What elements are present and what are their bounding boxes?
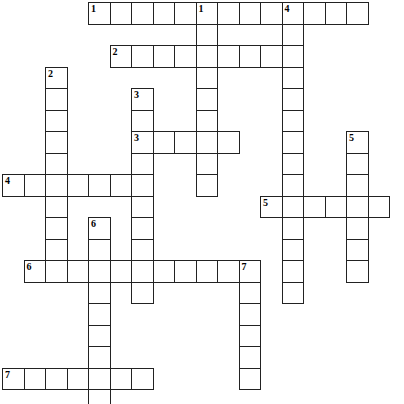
grid-cell-r9c2[interactable]	[45, 196, 68, 219]
grid-cell-r12c4[interactable]	[88, 260, 111, 283]
grid-cell-r17c3[interactable]	[67, 368, 90, 391]
grid-cell-r3c13[interactable]	[282, 67, 305, 90]
grid-cell-r8c5[interactable]	[110, 174, 133, 197]
grid-cell-r12c5[interactable]	[110, 260, 133, 283]
grid-cell-r11c16[interactable]	[346, 239, 369, 262]
grid-cell-r10c4[interactable]: 6	[88, 217, 111, 240]
grid-cell-r8c3[interactable]	[67, 174, 90, 197]
grid-cell-r14c11[interactable]	[239, 303, 262, 326]
grid-cell-r0c7[interactable]	[153, 2, 176, 25]
clue-number: 4	[285, 3, 290, 14]
grid-cell-r4c13[interactable]	[282, 88, 305, 111]
grid-cell-r13c13[interactable]	[282, 282, 305, 305]
grid-cell-r2c9[interactable]	[196, 45, 219, 68]
grid-cell-r7c9[interactable]	[196, 153, 219, 176]
grid-cell-r6c10[interactable]	[217, 131, 240, 154]
grid-cell-r12c3[interactable]	[67, 260, 90, 283]
grid-cell-r12c10[interactable]	[217, 260, 240, 283]
grid-cell-r2c7[interactable]	[153, 45, 176, 68]
grid-cell-r6c13[interactable]	[282, 131, 305, 154]
grid-cell-r17c4[interactable]	[88, 368, 111, 391]
grid-cell-r12c7[interactable]	[153, 260, 176, 283]
grid-cell-r10c16[interactable]	[346, 217, 369, 240]
grid-cell-r8c0[interactable]: 4	[2, 174, 25, 197]
clue-number: 6	[27, 261, 32, 272]
grid-cell-r12c13[interactable]	[282, 260, 305, 283]
grid-cell-r2c6[interactable]	[131, 45, 154, 68]
grid-cell-r11c4[interactable]	[88, 239, 111, 262]
grid-cell-r17c0[interactable]: 7	[2, 368, 25, 391]
grid-cell-r14c4[interactable]	[88, 303, 111, 326]
grid-cell-r12c9[interactable]	[196, 260, 219, 283]
grid-cell-r15c11[interactable]	[239, 325, 262, 348]
grid-cell-r0c11[interactable]	[239, 2, 262, 25]
clue-number: 7	[242, 261, 247, 272]
grid-cell-r12c11[interactable]: 7	[239, 260, 262, 283]
grid-cell-r13c4[interactable]	[88, 282, 111, 305]
grid-cell-r17c11[interactable]	[239, 368, 262, 391]
grid-cell-r9c13[interactable]	[282, 196, 305, 219]
grid-cell-r5c13[interactable]	[282, 110, 305, 133]
grid-cell-r0c10[interactable]	[217, 2, 240, 25]
grid-cell-r7c13[interactable]	[282, 153, 305, 176]
clue-number: 2	[113, 46, 118, 57]
grid-cell-r0c9[interactable]: 1	[196, 2, 219, 25]
grid-cell-r0c14[interactable]	[303, 2, 326, 25]
grid-cell-r9c15[interactable]	[325, 196, 348, 219]
grid-cell-r0c13[interactable]: 4	[282, 2, 305, 25]
grid-cell-r10c13[interactable]	[282, 217, 305, 240]
crossword-board: 11423456772356	[0, 0, 404, 404]
grid-cell-r8c2[interactable]	[45, 174, 68, 197]
grid-cell-r2c12[interactable]	[260, 45, 283, 68]
clue-number: 3	[134, 89, 139, 100]
grid-cell-r8c9[interactable]	[196, 174, 219, 197]
grid-cell-r12c1[interactable]: 6	[24, 260, 47, 283]
grid-cell-r12c16[interactable]	[346, 260, 369, 283]
grid-cell-r11c6[interactable]	[131, 239, 154, 262]
grid-cell-r7c2[interactable]	[45, 153, 68, 176]
grid-cell-r10c6[interactable]	[131, 217, 154, 240]
clue-number: 4	[5, 175, 10, 186]
grid-cell-r5c6[interactable]	[131, 110, 154, 133]
grid-cell-r2c11[interactable]	[239, 45, 262, 68]
grid-cell-r6c8[interactable]	[174, 131, 197, 154]
grid-cell-r0c6[interactable]	[131, 2, 154, 25]
grid-cell-r17c6[interactable]	[131, 368, 154, 391]
grid-cell-r17c2[interactable]	[45, 368, 68, 391]
grid-cell-r6c2[interactable]	[45, 131, 68, 154]
grid-cell-r3c9[interactable]	[196, 67, 219, 90]
grid-cell-r6c9[interactable]	[196, 131, 219, 154]
grid-cell-r6c16[interactable]: 5	[346, 131, 369, 154]
grid-cell-r2c13[interactable]	[282, 45, 305, 68]
clue-number: 2	[48, 68, 53, 79]
clue-number: 6	[91, 218, 96, 229]
grid-cell-r7c16[interactable]	[346, 153, 369, 176]
grid-cell-r8c16[interactable]	[346, 174, 369, 197]
grid-cell-r10c2[interactable]	[45, 217, 68, 240]
grid-cell-r16c11[interactable]	[239, 346, 262, 369]
grid-cell-r15c4[interactable]	[88, 325, 111, 348]
grid-cell-r0c16[interactable]	[346, 2, 369, 25]
clue-number: 1	[91, 3, 96, 14]
grid-cell-r12c8[interactable]	[174, 260, 197, 283]
grid-cell-r0c8[interactable]	[174, 2, 197, 25]
grid-cell-r12c2[interactable]	[45, 260, 68, 283]
grid-cell-r4c6[interactable]: 3	[131, 88, 154, 111]
grid-cell-r11c2[interactable]	[45, 239, 68, 262]
grid-cell-r8c13[interactable]	[282, 174, 305, 197]
grid-cell-r6c7[interactable]	[153, 131, 176, 154]
grid-cell-r5c9[interactable]	[196, 110, 219, 133]
grid-cell-r4c9[interactable]	[196, 88, 219, 111]
grid-cell-r0c5[interactable]	[110, 2, 133, 25]
grid-cell-r9c14[interactable]	[303, 196, 326, 219]
grid-cell-r7c6[interactable]	[131, 153, 154, 176]
grid-cell-r18c4[interactable]	[88, 389, 111, 404]
grid-cell-r5c2[interactable]	[45, 110, 68, 133]
grid-cell-r9c17[interactable]	[368, 196, 391, 219]
grid-cell-r11c13[interactable]	[282, 239, 305, 262]
grid-cell-r0c4[interactable]: 1	[88, 2, 111, 25]
grid-cell-r8c1[interactable]	[24, 174, 47, 197]
grid-cell-r4c2[interactable]	[45, 88, 68, 111]
grid-cell-r9c16[interactable]	[346, 196, 369, 219]
grid-cell-r13c11[interactable]	[239, 282, 262, 305]
clue-number: 1	[199, 3, 204, 14]
grid-cell-r9c6[interactable]	[131, 196, 154, 219]
clue-number: 5	[349, 132, 354, 143]
clue-number: 5	[263, 197, 268, 208]
grid-cell-r12c6[interactable]	[131, 260, 154, 283]
grid-cell-r16c4[interactable]	[88, 346, 111, 369]
grid-cell-r13c6[interactable]	[131, 282, 154, 305]
grid-cell-r1c9[interactable]	[196, 24, 219, 47]
grid-cell-r8c4[interactable]	[88, 174, 111, 197]
grid-cell-r17c5[interactable]	[110, 368, 133, 391]
grid-cell-r2c8[interactable]	[174, 45, 197, 68]
grid-cell-r8c6[interactable]	[131, 174, 154, 197]
grid-cell-r2c5[interactable]: 2	[110, 45, 133, 68]
clue-number: 3	[134, 132, 139, 143]
grid-cell-r0c12[interactable]	[260, 2, 283, 25]
grid-cell-r2c10[interactable]	[217, 45, 240, 68]
grid-cell-r1c13[interactable]	[282, 24, 305, 47]
grid-cell-r6c6[interactable]: 3	[131, 131, 154, 154]
clue-number: 7	[5, 369, 10, 380]
grid-cell-r17c1[interactable]	[24, 368, 47, 391]
grid-cell-r9c12[interactable]: 5	[260, 196, 283, 219]
grid-cell-r3c2[interactable]: 2	[45, 67, 68, 90]
grid-cell-r0c15[interactable]	[325, 2, 348, 25]
